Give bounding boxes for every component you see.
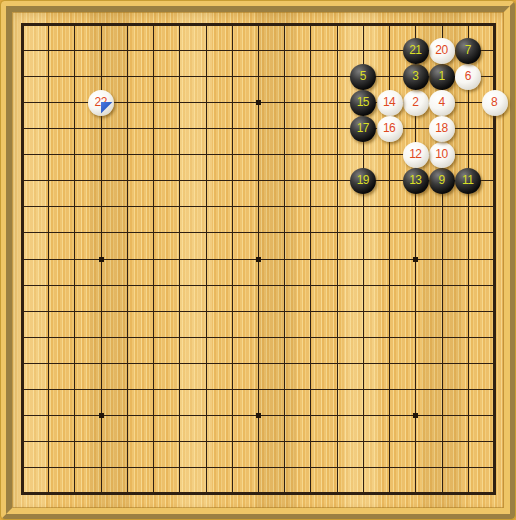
move-number: 12 [409,148,421,160]
stone-white-12[interactable]: 12 [403,142,429,168]
stone-white-2[interactable]: 2 [403,90,429,116]
stone-white-14[interactable]: 14 [377,90,403,116]
move-number: 7 [465,44,471,56]
move-number: 14 [383,96,395,108]
grid-line-horizontal [21,467,496,468]
move-number: 2 [412,96,418,108]
move-number: 19 [357,174,369,186]
grid-line-horizontal [21,285,496,286]
star-point [256,257,261,262]
grid-line-vertical [284,23,285,495]
grid-line-horizontal [21,337,496,338]
stone-black-3[interactable]: 3 [403,64,429,90]
move-number: 11 [462,174,473,186]
stone-white-20[interactable]: 20 [429,38,455,64]
go-board-window: 12345678910111213141516171819202122 [0,0,516,520]
grid-line-horizontal [21,492,496,495]
star-point [256,413,261,418]
grid-line-horizontal [21,363,496,364]
move-number: 16 [383,122,395,134]
move-number: 17 [357,122,369,134]
stone-black-13[interactable]: 13 [403,168,429,194]
stone-white-18[interactable]: 18 [429,116,455,142]
stone-white-22[interactable]: 22 [88,90,114,116]
move-number: 5 [360,70,366,82]
move-number: 6 [465,70,471,82]
stone-black-19[interactable]: 19 [350,168,376,194]
move-number: 20 [435,44,447,56]
move-number: 10 [435,148,447,160]
star-point [413,257,418,262]
grid-line-vertical [337,23,338,495]
stone-black-21[interactable]: 21 [403,38,429,64]
stone-white-4[interactable]: 4 [429,90,455,116]
stone-white-10[interactable]: 10 [429,142,455,168]
move-number: 1 [438,70,444,82]
move-number: 13 [409,174,421,186]
stone-white-6[interactable]: 6 [455,64,481,90]
move-number: 8 [491,96,497,108]
move-number: 4 [438,96,444,108]
grid-line-horizontal [21,389,496,390]
move-number: 18 [435,122,447,134]
grid-line-horizontal [21,311,496,312]
move-number: 9 [438,174,444,186]
last-move-triangle-icon [101,102,113,114]
stone-white-8[interactable]: 8 [482,90,508,116]
grid-line-horizontal [21,441,496,442]
move-number: 21 [409,44,421,56]
move-number: 15 [357,96,369,108]
stone-black-5[interactable]: 5 [350,64,376,90]
stone-white-16[interactable]: 16 [377,116,403,142]
stone-black-15[interactable]: 15 [350,90,376,116]
star-point [99,257,104,262]
go-board[interactable]: 12345678910111213141516171819202122 [21,23,496,495]
stone-black-1[interactable]: 1 [429,64,455,90]
grid-line-vertical [310,23,311,495]
star-point [413,413,418,418]
move-number: 3 [412,70,418,82]
stone-black-7[interactable]: 7 [455,38,481,64]
stone-black-11[interactable]: 11 [455,168,481,194]
stone-black-9[interactable]: 9 [429,168,455,194]
grid-line-vertical [468,23,469,495]
star-point [256,100,261,105]
stone-black-17[interactable]: 17 [350,116,376,142]
star-point [99,413,104,418]
